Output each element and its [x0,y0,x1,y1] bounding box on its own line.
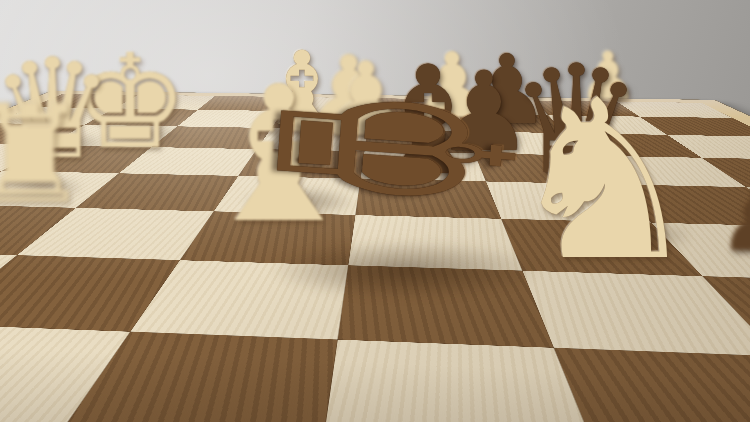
piece-white-rook[interactable]: ♜ [0,87,91,222]
square-f1 [554,348,750,422]
square-e3 [348,215,522,271]
chess-scene: ♜♛♚♝♝♟♟♟♟♝♟♟♛♞♚♟ [0,0,750,422]
piece-white-knight[interactable]: ♞ [505,71,702,291]
piece-black-pawn-edge[interactable]: ♟ [719,176,750,264]
